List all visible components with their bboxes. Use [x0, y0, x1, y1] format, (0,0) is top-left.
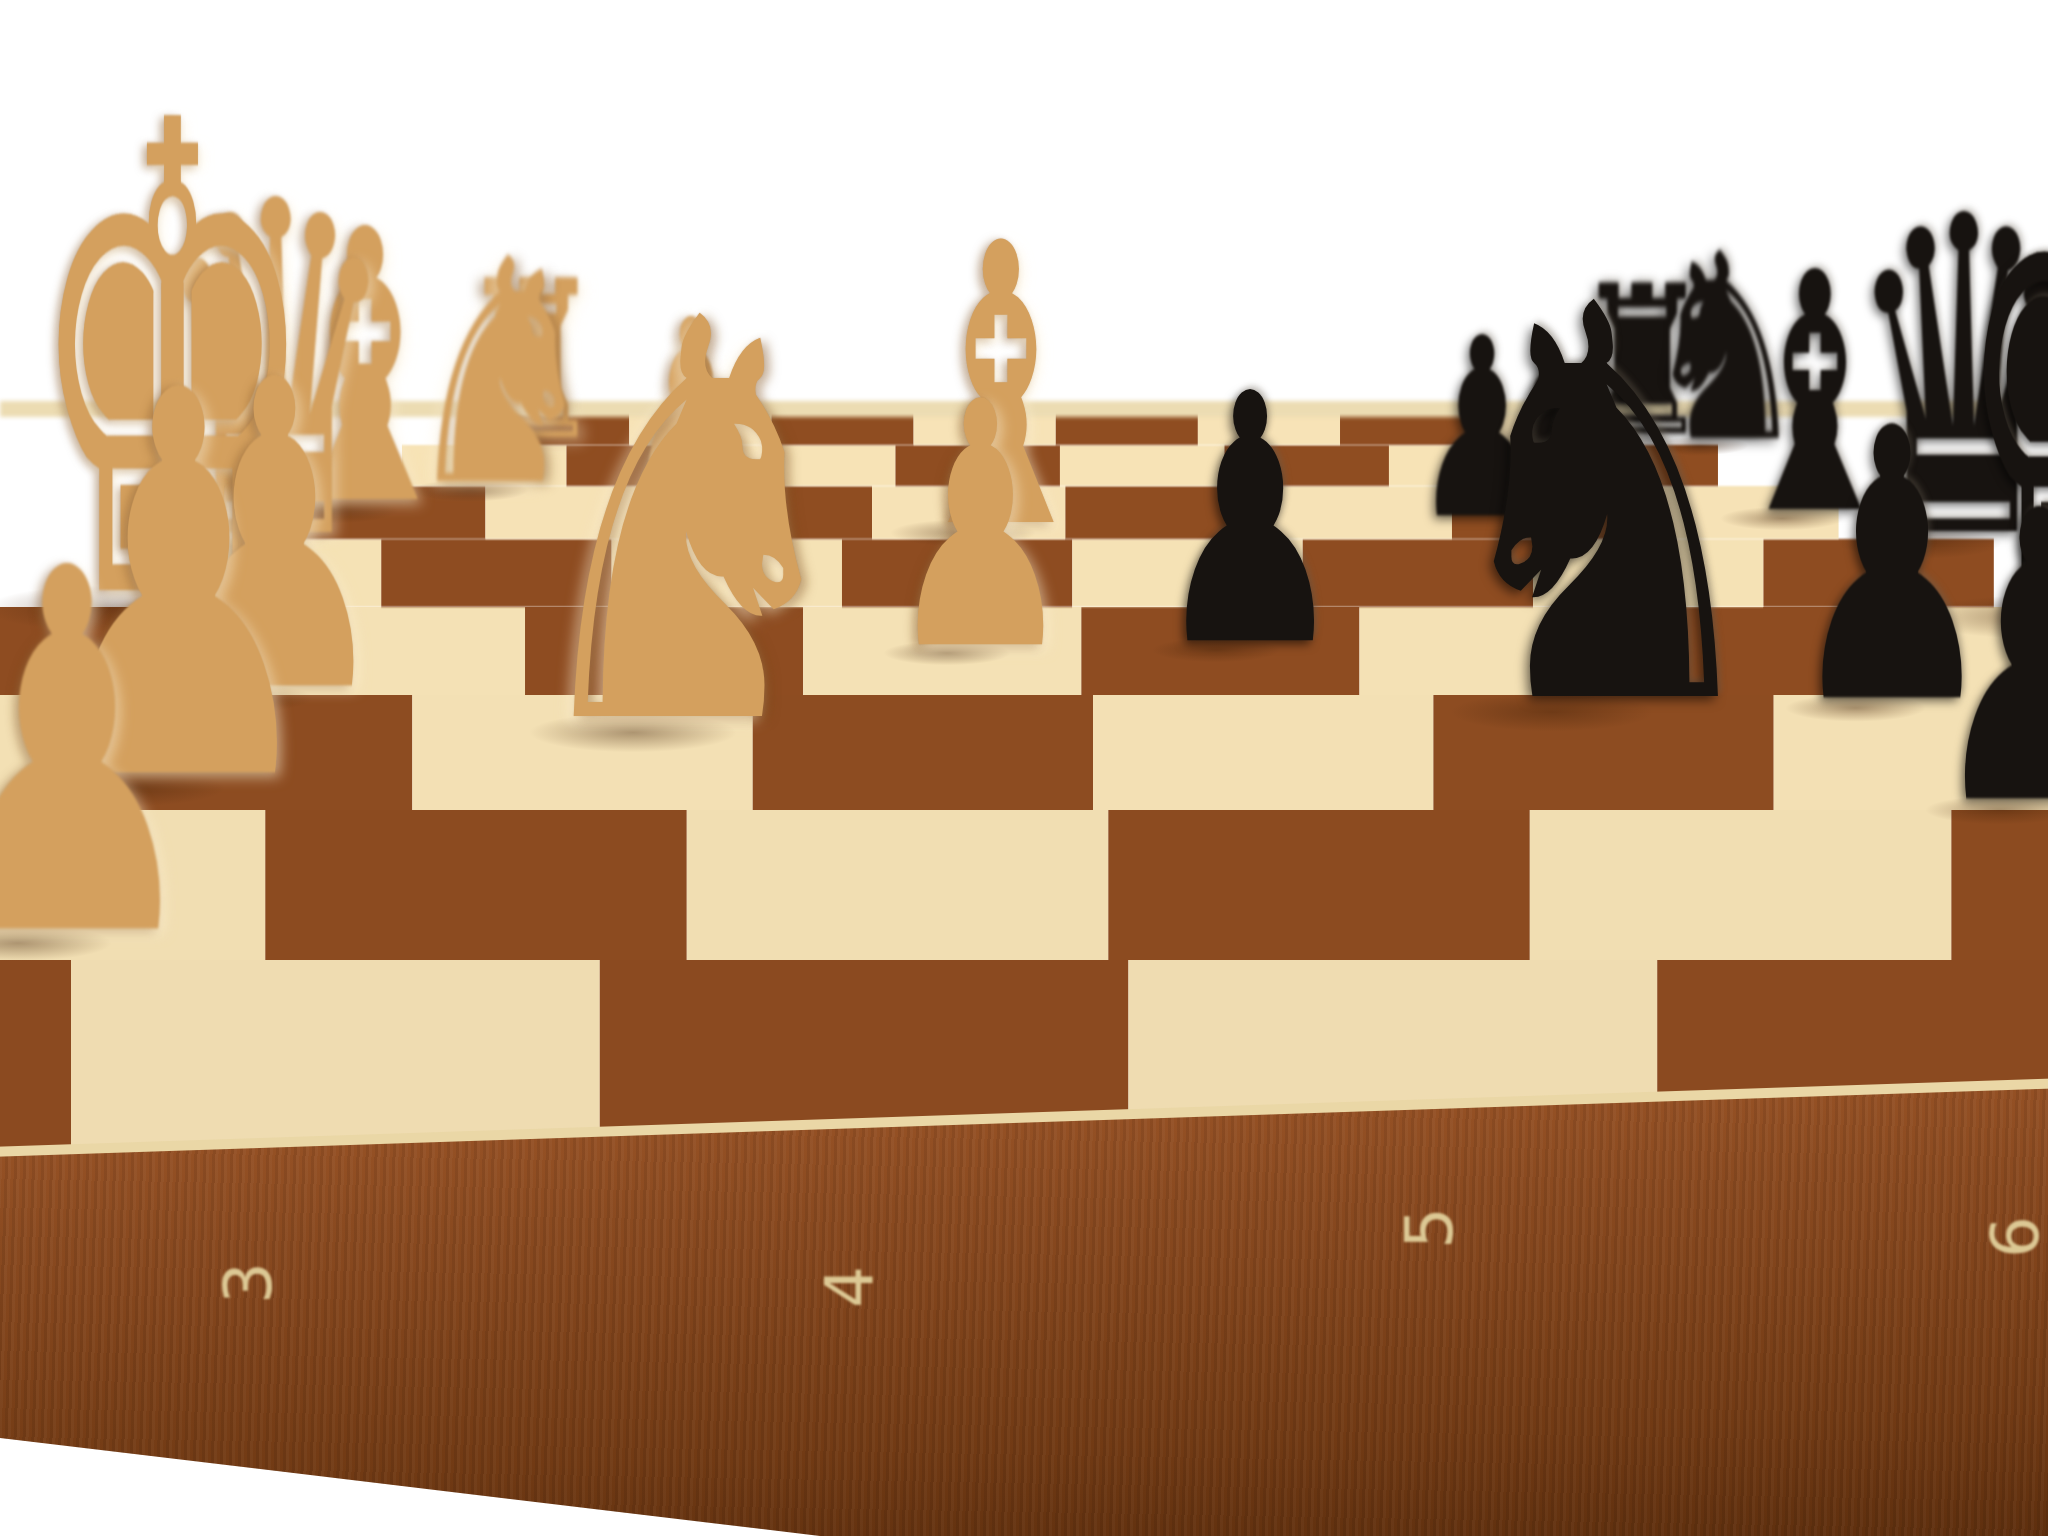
- black-pawn-e5: ♟: [1154, 349, 1345, 693]
- white-knight-f3: ♞: [509, 249, 865, 801]
- white-pawn-h2: ♟: [0, 505, 206, 1005]
- black-knight-f6: ♞: [1430, 236, 1781, 780]
- chess-photo: 3456 ♜♞♝♛♚♟♟♟♟♝♟♞♜♞♝♛♚♟♟♟♞♟♟: [0, 0, 2048, 1536]
- black-pawn-g7: ♟: [1928, 460, 2048, 860]
- white-pawn-e4: ♟: [886, 358, 1074, 696]
- pieces-layer: ♜♞♝♛♚♟♟♟♟♝♟♞♜♞♝♛♚♟♟♟♞♟♟: [0, 0, 2048, 1536]
